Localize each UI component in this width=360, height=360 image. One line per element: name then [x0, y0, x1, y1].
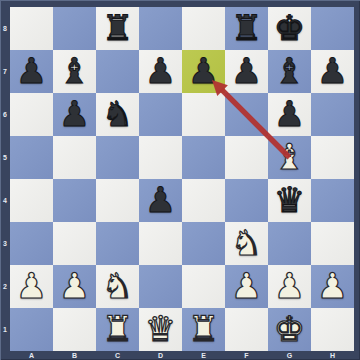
square-e8[interactable]: [182, 7, 225, 50]
square-b8[interactable]: [53, 7, 96, 50]
piece-black-pawn-f7[interactable]: ♟: [225, 50, 268, 93]
square-h5[interactable]: [311, 136, 354, 179]
square-b4[interactable]: [53, 179, 96, 222]
square-e3[interactable]: [182, 222, 225, 265]
square-d5[interactable]: [139, 136, 182, 179]
rank-label-1: 1: [0, 308, 10, 351]
square-h6[interactable]: [311, 93, 354, 136]
rank-label-4: 4: [0, 179, 10, 222]
piece-black-pawn-e7[interactable]: ♟: [182, 50, 225, 93]
rank-label-7: 7: [0, 50, 10, 93]
square-f1[interactable]: [225, 308, 268, 351]
rank-label-2: 2: [0, 265, 10, 308]
file-label-g: G: [268, 351, 311, 360]
file-label-b: B: [53, 351, 96, 360]
square-h4[interactable]: [311, 179, 354, 222]
square-e5[interactable]: [182, 136, 225, 179]
piece-black-pawn-h7[interactable]: ♟: [311, 50, 354, 93]
file-label-e: E: [182, 351, 225, 360]
rank-label-5: 5: [0, 136, 10, 179]
square-e2[interactable]: [182, 265, 225, 308]
square-a4[interactable]: [10, 179, 53, 222]
piece-white-bishop-g5[interactable]: ♝: [268, 136, 311, 179]
square-b3[interactable]: [53, 222, 96, 265]
piece-black-bishop-b7[interactable]: ♝: [53, 50, 96, 93]
file-label-f: F: [225, 351, 268, 360]
square-c7[interactable]: [96, 50, 139, 93]
square-d2[interactable]: [139, 265, 182, 308]
piece-black-knight-c6[interactable]: ♞: [96, 93, 139, 136]
square-e6[interactable]: [182, 93, 225, 136]
square-d8[interactable]: [139, 7, 182, 50]
square-f6[interactable]: [225, 93, 268, 136]
square-a3[interactable]: [10, 222, 53, 265]
square-h8[interactable]: [311, 7, 354, 50]
piece-black-pawn-b6[interactable]: ♟: [53, 93, 96, 136]
square-c4[interactable]: [96, 179, 139, 222]
piece-black-pawn-d4[interactable]: ♟: [139, 179, 182, 222]
chess-board-widget: 87654321ABCDEFGH♜♜♚♟♝♟♟♟♝♟♟♞♟♝♟♛♞♟♟♞♟♟♟♜…: [0, 0, 360, 360]
square-g3[interactable]: [268, 222, 311, 265]
piece-white-knight-f3[interactable]: ♞: [225, 222, 268, 265]
square-h1[interactable]: [311, 308, 354, 351]
piece-white-pawn-f2[interactable]: ♟: [225, 265, 268, 308]
piece-white-queen-d1[interactable]: ♛: [139, 308, 182, 351]
square-a8[interactable]: [10, 7, 53, 50]
piece-white-pawn-b2[interactable]: ♟: [53, 265, 96, 308]
piece-white-pawn-g2[interactable]: ♟: [268, 265, 311, 308]
square-h3[interactable]: [311, 222, 354, 265]
piece-white-knight-c2[interactable]: ♞: [96, 265, 139, 308]
square-b1[interactable]: [53, 308, 96, 351]
piece-white-king-g1[interactable]: ♚: [268, 308, 311, 351]
piece-black-pawn-g6[interactable]: ♟: [268, 93, 311, 136]
piece-white-pawn-a2[interactable]: ♟: [10, 265, 53, 308]
piece-white-pawn-h2[interactable]: ♟: [311, 265, 354, 308]
piece-black-king-g8[interactable]: ♚: [268, 7, 311, 50]
square-a6[interactable]: [10, 93, 53, 136]
square-b5[interactable]: [53, 136, 96, 179]
file-label-c: C: [96, 351, 139, 360]
square-d3[interactable]: [139, 222, 182, 265]
file-label-h: H: [311, 351, 354, 360]
piece-black-pawn-d7[interactable]: ♟: [139, 50, 182, 93]
square-d6[interactable]: [139, 93, 182, 136]
file-label-a: A: [10, 351, 53, 360]
rank-label-8: 8: [0, 7, 10, 50]
piece-white-rook-e1[interactable]: ♜: [182, 308, 225, 351]
square-a5[interactable]: [10, 136, 53, 179]
square-f5[interactable]: [225, 136, 268, 179]
piece-white-rook-c1[interactable]: ♜: [96, 308, 139, 351]
square-a1[interactable]: [10, 308, 53, 351]
piece-black-pawn-a7[interactable]: ♟: [10, 50, 53, 93]
file-label-d: D: [139, 351, 182, 360]
piece-black-rook-f8[interactable]: ♜: [225, 7, 268, 50]
rank-label-3: 3: [0, 222, 10, 265]
piece-black-rook-c8[interactable]: ♜: [96, 7, 139, 50]
square-e4[interactable]: [182, 179, 225, 222]
square-c3[interactable]: [96, 222, 139, 265]
square-c5[interactable]: [96, 136, 139, 179]
rank-label-6: 6: [0, 93, 10, 136]
piece-black-queen-g4[interactable]: ♛: [268, 179, 311, 222]
piece-black-bishop-g7[interactable]: ♝: [268, 50, 311, 93]
square-f4[interactable]: [225, 179, 268, 222]
